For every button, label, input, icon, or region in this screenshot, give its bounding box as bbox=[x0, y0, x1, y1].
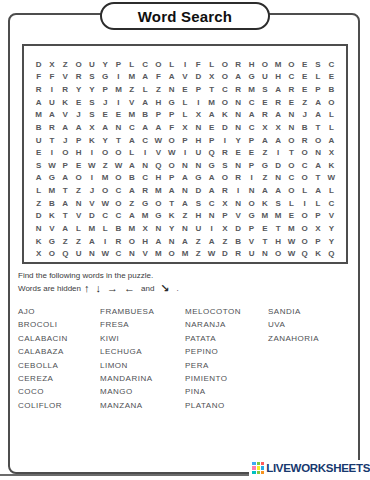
grid-cell[interactable]: X bbox=[271, 121, 284, 134]
grid-cell[interactable]: L bbox=[325, 184, 338, 197]
grid-cell[interactable]: O bbox=[298, 146, 311, 159]
grid-cell[interactable]: P bbox=[311, 210, 324, 223]
grid-cell[interactable]: Y bbox=[325, 222, 338, 235]
grid-cell[interactable]: F bbox=[32, 71, 45, 84]
grid-cell[interactable]: R bbox=[285, 83, 298, 96]
grid-cell[interactable]: M bbox=[205, 96, 218, 109]
grid-cell[interactable]: S bbox=[311, 58, 324, 71]
grid-cell[interactable]: A bbox=[271, 109, 284, 122]
grid-cell[interactable]: X bbox=[192, 109, 205, 122]
grid-cell[interactable]: V bbox=[245, 235, 258, 248]
grid-cell[interactable]: Z bbox=[258, 172, 271, 185]
grid-cell[interactable]: K bbox=[59, 96, 72, 109]
grid-cell[interactable]: O bbox=[285, 159, 298, 172]
grid-cell[interactable]: A bbox=[325, 134, 338, 147]
grid-cell[interactable]: T bbox=[112, 134, 125, 147]
grid-cell[interactable]: C bbox=[112, 184, 125, 197]
grid-cell[interactable]: M bbox=[125, 222, 138, 235]
grid-cell[interactable]: R bbox=[138, 184, 151, 197]
grid-cell[interactable]: O bbox=[99, 146, 112, 159]
grid-cell[interactable]: H bbox=[152, 172, 165, 185]
grid-cell[interactable]: R bbox=[218, 146, 231, 159]
grid-cell[interactable]: A bbox=[138, 96, 151, 109]
grid-cell[interactable]: E bbox=[245, 146, 258, 159]
grid-cell[interactable]: M bbox=[271, 58, 284, 71]
grid-cell[interactable]: T bbox=[59, 184, 72, 197]
grid-cell[interactable]: H bbox=[271, 71, 284, 84]
grid-cell[interactable]: M bbox=[258, 210, 271, 223]
grid-cell[interactable]: L bbox=[325, 121, 338, 134]
grid-cell[interactable]: C bbox=[99, 210, 112, 223]
grid-cell[interactable]: O bbox=[218, 96, 231, 109]
grid-cell[interactable]: D bbox=[218, 121, 231, 134]
grid-cell[interactable]: Z bbox=[59, 235, 72, 248]
grid-cell[interactable]: A bbox=[258, 184, 271, 197]
grid-cell[interactable]: A bbox=[85, 235, 98, 248]
grid-cell[interactable]: M bbox=[271, 210, 284, 223]
grid-cell[interactable]: U bbox=[72, 247, 85, 260]
grid-cell[interactable]: G bbox=[45, 235, 58, 248]
grid-cell[interactable]: S bbox=[85, 96, 98, 109]
grid-cell[interactable]: C bbox=[325, 197, 338, 210]
grid-cell[interactable]: Y bbox=[325, 235, 338, 248]
grid-cell[interactable]: A bbox=[245, 109, 258, 122]
grid-cell[interactable]: L bbox=[165, 58, 178, 71]
grid-cell[interactable]: G bbox=[138, 197, 151, 210]
grid-cell[interactable]: E bbox=[325, 71, 338, 84]
grid-cell[interactable]: K bbox=[32, 235, 45, 248]
grid-cell[interactable]: O bbox=[152, 58, 165, 71]
grid-cell[interactable]: R bbox=[271, 96, 284, 109]
grid-cell[interactable]: R bbox=[232, 247, 245, 260]
grid-cell[interactable]: I bbox=[178, 58, 191, 71]
grid-cell[interactable]: O bbox=[72, 172, 85, 185]
grid-cell[interactable]: K bbox=[45, 210, 58, 223]
grid-cell[interactable]: P bbox=[192, 83, 205, 96]
grid-cell[interactable]: P bbox=[112, 58, 125, 71]
grid-cell[interactable]: O bbox=[99, 184, 112, 197]
grid-cell[interactable]: H bbox=[72, 146, 85, 159]
grid-cell[interactable]: O bbox=[258, 58, 271, 71]
grid-cell[interactable]: E bbox=[72, 159, 85, 172]
grid-cell[interactable]: L bbox=[72, 222, 85, 235]
grid-cell[interactable]: O bbox=[165, 134, 178, 147]
grid-cell[interactable]: V bbox=[125, 96, 138, 109]
grid-cell[interactable]: G bbox=[192, 172, 205, 185]
grid-cell[interactable]: P bbox=[99, 83, 112, 96]
grid-cell[interactable]: I bbox=[245, 172, 258, 185]
grid-cell[interactable]: S bbox=[85, 109, 98, 122]
grid-cell[interactable]: N bbox=[232, 121, 245, 134]
grid-cell[interactable]: C bbox=[112, 247, 125, 260]
grid-cell[interactable]: R bbox=[45, 121, 58, 134]
grid-cell[interactable]: C bbox=[285, 172, 298, 185]
grid-cell[interactable]: I bbox=[85, 146, 98, 159]
grid-cell[interactable]: N bbox=[245, 184, 258, 197]
grid-cell[interactable]: H bbox=[192, 210, 205, 223]
grid-cell[interactable]: W bbox=[112, 159, 125, 172]
grid-cell[interactable]: H bbox=[152, 96, 165, 109]
grid-cell[interactable]: D bbox=[192, 184, 205, 197]
grid-cell[interactable]: Q bbox=[152, 159, 165, 172]
grid-cell[interactable]: N bbox=[178, 184, 191, 197]
grid-cell[interactable]: N bbox=[178, 222, 191, 235]
grid-cell[interactable]: U bbox=[45, 96, 58, 109]
grid-cell[interactable]: O bbox=[125, 235, 138, 248]
grid-cell[interactable]: R bbox=[232, 58, 245, 71]
grid-cell[interactable]: E bbox=[112, 109, 125, 122]
grid-cell[interactable]: S bbox=[85, 71, 98, 84]
grid-cell[interactable]: A bbox=[271, 134, 284, 147]
grid-cell[interactable]: W bbox=[45, 159, 58, 172]
grid-cell[interactable]: D bbox=[218, 247, 231, 260]
grid-cell[interactable]: D bbox=[271, 159, 284, 172]
grid-cell[interactable]: A bbox=[258, 134, 271, 147]
grid-cell[interactable]: A bbox=[311, 96, 324, 109]
grid-cell[interactable]: E bbox=[285, 210, 298, 223]
grid-cell[interactable]: X bbox=[311, 222, 324, 235]
grid-cell[interactable]: A bbox=[59, 172, 72, 185]
grid-cell[interactable]: V bbox=[152, 146, 165, 159]
grid-cell[interactable]: E bbox=[285, 96, 298, 109]
grid-cell[interactable]: Z bbox=[192, 247, 205, 260]
grid-cell[interactable]: A bbox=[165, 184, 178, 197]
grid-cell[interactable]: G bbox=[45, 172, 58, 185]
grid-cell[interactable]: N bbox=[152, 222, 165, 235]
grid-cell[interactable]: O bbox=[112, 172, 125, 185]
grid-cell[interactable]: D bbox=[192, 71, 205, 84]
grid-cell[interactable]: N bbox=[285, 109, 298, 122]
grid-cell[interactable]: P bbox=[218, 210, 231, 223]
grid-cell[interactable]: W bbox=[99, 247, 112, 260]
grid-cell[interactable]: W bbox=[165, 146, 178, 159]
grid-cell[interactable]: A bbox=[138, 121, 151, 134]
grid-cell[interactable]: L bbox=[285, 197, 298, 210]
grid-cell[interactable]: M bbox=[45, 184, 58, 197]
grid-cell[interactable]: V bbox=[59, 71, 72, 84]
grid-cell[interactable]: I bbox=[298, 197, 311, 210]
grid-cell[interactable]: A bbox=[205, 172, 218, 185]
grid-cell[interactable]: Q bbox=[298, 247, 311, 260]
grid-cell[interactable]: U bbox=[85, 58, 98, 71]
grid-cell[interactable]: U bbox=[192, 146, 205, 159]
grid-cell[interactable]: I bbox=[218, 134, 231, 147]
grid-cell[interactable]: N bbox=[232, 96, 245, 109]
grid-cell[interactable]: A bbox=[125, 184, 138, 197]
grid-cell[interactable]: V bbox=[72, 210, 85, 223]
grid-cell[interactable]: E bbox=[298, 58, 311, 71]
grid-cell[interactable]: A bbox=[125, 210, 138, 223]
grid-cell[interactable]: P bbox=[245, 222, 258, 235]
grid-cell[interactable]: A bbox=[178, 197, 191, 210]
grid-cell[interactable]: N bbox=[232, 159, 245, 172]
grid-cell[interactable]: J bbox=[298, 109, 311, 122]
grid-cell[interactable]: P bbox=[165, 172, 178, 185]
grid-cell[interactable]: I bbox=[112, 71, 125, 84]
grid-cell[interactable]: K bbox=[258, 197, 271, 210]
grid-cell[interactable]: G bbox=[205, 159, 218, 172]
grid-cell[interactable]: N bbox=[311, 146, 324, 159]
grid-cell[interactable]: I bbox=[192, 96, 205, 109]
grid-cell[interactable]: I bbox=[205, 222, 218, 235]
grid-cell[interactable]: O bbox=[285, 58, 298, 71]
grid-cell[interactable]: M bbox=[125, 71, 138, 84]
grid-cell[interactable]: A bbox=[232, 71, 245, 84]
grid-cell[interactable]: X bbox=[205, 71, 218, 84]
grid-cell[interactable]: O bbox=[298, 235, 311, 248]
grid-cell[interactable]: X bbox=[85, 121, 98, 134]
grid-cell[interactable]: Y bbox=[85, 83, 98, 96]
grid-cell[interactable]: A bbox=[59, 197, 72, 210]
grid-cell[interactable]: P bbox=[165, 109, 178, 122]
grid-cell[interactable]: C bbox=[285, 71, 298, 84]
grid-cell[interactable]: W bbox=[325, 172, 338, 185]
grid-cell[interactable]: Q bbox=[205, 146, 218, 159]
grid-cell[interactable]: Y bbox=[99, 58, 112, 71]
grid-cell[interactable]: P bbox=[59, 159, 72, 172]
grid-cell[interactable]: S bbox=[218, 159, 231, 172]
grid-cell[interactable]: A bbox=[271, 184, 284, 197]
grid-cell[interactable]: I bbox=[138, 146, 151, 159]
grid-cell[interactable]: E bbox=[205, 121, 218, 134]
grid-cell[interactable]: O bbox=[218, 58, 231, 71]
grid-cell[interactable]: O bbox=[325, 96, 338, 109]
grid-cell[interactable]: O bbox=[311, 134, 324, 147]
grid-cell[interactable]: P bbox=[245, 134, 258, 147]
grid-cell[interactable]: E bbox=[178, 83, 191, 96]
grid-cell[interactable]: I bbox=[271, 146, 284, 159]
grid-cell[interactable]: B bbox=[112, 222, 125, 235]
grid-cell[interactable]: G bbox=[258, 159, 271, 172]
grid-cell[interactable]: C bbox=[138, 134, 151, 147]
grid-cell[interactable]: P bbox=[245, 159, 258, 172]
grid-cell[interactable]: B bbox=[298, 121, 311, 134]
grid-cell[interactable]: A bbox=[178, 172, 191, 185]
grid-cell[interactable]: X bbox=[258, 121, 271, 134]
grid-cell[interactable]: W bbox=[285, 235, 298, 248]
grid-cell[interactable]: O bbox=[245, 197, 258, 210]
grid-cell[interactable]: I bbox=[85, 172, 98, 185]
grid-cell[interactable]: H bbox=[271, 235, 284, 248]
grid-cell[interactable]: L bbox=[311, 197, 324, 210]
grid-cell[interactable]: A bbox=[125, 134, 138, 147]
grid-cell[interactable]: B bbox=[325, 83, 338, 96]
grid-cell[interactable]: N bbox=[138, 159, 151, 172]
grid-cell[interactable]: A bbox=[45, 109, 58, 122]
grid-cell[interactable]: O bbox=[298, 222, 311, 235]
grid-cell[interactable]: M bbox=[32, 109, 45, 122]
grid-cell[interactable]: B bbox=[45, 197, 58, 210]
grid-cell[interactable]: N bbox=[165, 235, 178, 248]
grid-cell[interactable]: N bbox=[285, 121, 298, 134]
grid-cell[interactable]: S bbox=[258, 83, 271, 96]
grid-cell[interactable]: W bbox=[205, 247, 218, 260]
grid-cell[interactable]: E bbox=[232, 146, 245, 159]
grid-cell[interactable]: D bbox=[232, 222, 245, 235]
grid-cell[interactable]: Y bbox=[72, 83, 85, 96]
grid-cell[interactable]: R bbox=[59, 83, 72, 96]
grid-cell[interactable]: L bbox=[311, 71, 324, 84]
grid-cell[interactable]: E bbox=[258, 96, 271, 109]
grid-cell[interactable]: T bbox=[311, 172, 324, 185]
grid-cell[interactable]: L bbox=[99, 222, 112, 235]
grid-cell[interactable]: N bbox=[192, 121, 205, 134]
grid-cell[interactable]: B bbox=[125, 172, 138, 185]
grid-cell[interactable]: N bbox=[232, 197, 245, 210]
grid-cell[interactable]: Q bbox=[59, 247, 72, 260]
grid-cell[interactable]: P bbox=[72, 134, 85, 147]
grid-cell[interactable]: J bbox=[99, 96, 112, 109]
grid-cell[interactable]: M bbox=[125, 109, 138, 122]
grid-cell[interactable]: O bbox=[218, 71, 231, 84]
grid-cell[interactable]: C bbox=[138, 172, 151, 185]
grid-cell[interactable]: I bbox=[45, 146, 58, 159]
grid-cell[interactable]: A bbox=[59, 222, 72, 235]
grid-cell[interactable]: C bbox=[245, 121, 258, 134]
grid-cell[interactable]: S bbox=[192, 197, 205, 210]
grid-cell[interactable]: J bbox=[85, 184, 98, 197]
grid-cell[interactable]: M bbox=[99, 172, 112, 185]
grid-cell[interactable]: F bbox=[45, 71, 58, 84]
grid-cell[interactable]: Z bbox=[72, 235, 85, 248]
grid-cell[interactable]: W bbox=[152, 134, 165, 147]
grid-cell[interactable]: L bbox=[298, 184, 311, 197]
grid-cell[interactable]: H bbox=[138, 235, 151, 248]
grid-cell[interactable]: V bbox=[45, 222, 58, 235]
grid-cell[interactable]: U bbox=[32, 134, 45, 147]
grid-cell[interactable]: V bbox=[138, 247, 151, 260]
grid-cell[interactable]: G bbox=[165, 96, 178, 109]
grid-cell[interactable]: N bbox=[165, 83, 178, 96]
grid-cell[interactable]: O bbox=[218, 172, 231, 185]
grid-cell[interactable]: C bbox=[325, 58, 338, 71]
grid-cell[interactable]: N bbox=[192, 159, 205, 172]
grid-cell[interactable]: W bbox=[85, 159, 98, 172]
grid-cell[interactable]: T bbox=[311, 121, 324, 134]
grid-cell[interactable]: V bbox=[325, 210, 338, 223]
grid-cell[interactable]: K bbox=[85, 134, 98, 147]
grid-cell[interactable]: Z bbox=[59, 58, 72, 71]
grid-cell[interactable]: K bbox=[165, 210, 178, 223]
grid-cell[interactable]: U bbox=[192, 222, 205, 235]
grid-cell[interactable]: A bbox=[152, 121, 165, 134]
grid-cell[interactable]: H bbox=[192, 134, 205, 147]
grid-cell[interactable]: C bbox=[112, 210, 125, 223]
grid-cell[interactable]: X bbox=[45, 58, 58, 71]
grid-cell[interactable]: O bbox=[285, 134, 298, 147]
grid-cell[interactable]: C bbox=[245, 96, 258, 109]
grid-cell[interactable]: T bbox=[205, 83, 218, 96]
grid-cell[interactable]: M bbox=[85, 222, 98, 235]
grid-cell[interactable]: D bbox=[85, 210, 98, 223]
grid-cell[interactable]: L bbox=[178, 109, 191, 122]
grid-cell[interactable]: N bbox=[178, 159, 191, 172]
grid-cell[interactable]: Z bbox=[178, 210, 191, 223]
grid-cell[interactable]: I bbox=[232, 184, 245, 197]
grid-cell[interactable]: O bbox=[285, 184, 298, 197]
grid-cell[interactable]: R bbox=[112, 235, 125, 248]
grid-cell[interactable]: K bbox=[218, 109, 231, 122]
grid-cell[interactable]: O bbox=[59, 146, 72, 159]
grid-cell[interactable]: X bbox=[218, 222, 231, 235]
grid-cell[interactable]: T bbox=[165, 197, 178, 210]
grid-cell[interactable]: E bbox=[298, 71, 311, 84]
grid-cell[interactable]: L bbox=[205, 58, 218, 71]
grid-cell[interactable]: A bbox=[138, 71, 151, 84]
grid-cell[interactable]: R bbox=[298, 134, 311, 147]
grid-cell[interactable]: A bbox=[205, 184, 218, 197]
grid-cell[interactable]: E bbox=[72, 96, 85, 109]
grid-cell[interactable]: Y bbox=[232, 134, 245, 147]
grid-cell[interactable]: Z bbox=[72, 184, 85, 197]
grid-cell[interactable]: C bbox=[125, 121, 138, 134]
grid-cell[interactable]: C bbox=[138, 58, 151, 71]
grid-cell[interactable]: K bbox=[311, 247, 324, 260]
grid-cell[interactable]: D bbox=[32, 58, 45, 71]
grid-cell[interactable]: I bbox=[178, 146, 191, 159]
grid-cell[interactable]: T bbox=[271, 222, 284, 235]
grid-cell[interactable]: A bbox=[205, 109, 218, 122]
grid-cell[interactable]: M bbox=[245, 83, 258, 96]
grid-cell[interactable]: O bbox=[165, 247, 178, 260]
grid-cell[interactable]: E bbox=[298, 83, 311, 96]
grid-cell[interactable]: A bbox=[311, 184, 324, 197]
grid-cell[interactable]: J bbox=[59, 134, 72, 147]
grid-cell[interactable]: T bbox=[285, 146, 298, 159]
grid-cell[interactable]: A bbox=[271, 83, 284, 96]
grid-cell[interactable]: N bbox=[112, 121, 125, 134]
grid-cell[interactable]: X bbox=[178, 121, 191, 134]
grid-cell[interactable]: Y bbox=[99, 134, 112, 147]
grid-cell[interactable]: A bbox=[59, 121, 72, 134]
grid-cell[interactable]: A bbox=[205, 235, 218, 248]
grid-cell[interactable]: A bbox=[72, 121, 85, 134]
grid-cell[interactable]: V bbox=[232, 210, 245, 223]
grid-cell[interactable]: L bbox=[32, 184, 45, 197]
grid-cell[interactable]: X bbox=[325, 146, 338, 159]
grid-cell[interactable]: T bbox=[59, 210, 72, 223]
grid-cell[interactable]: F bbox=[192, 58, 205, 71]
grid-cell[interactable]: X bbox=[32, 247, 45, 260]
grid-cell[interactable]: B bbox=[32, 121, 45, 134]
grid-cell[interactable]: I bbox=[99, 235, 112, 248]
grid-cell[interactable]: L bbox=[125, 58, 138, 71]
grid-cell[interactable]: A bbox=[32, 172, 45, 185]
grid-cell[interactable]: M bbox=[285, 222, 298, 235]
grid-cell[interactable]: U bbox=[258, 71, 271, 84]
liveworksheets-logo[interactable]: LIVEWORKSHEETS bbox=[249, 460, 370, 476]
grid-cell[interactable]: S bbox=[32, 159, 45, 172]
grid-cell[interactable]: F bbox=[152, 71, 165, 84]
grid-cell[interactable]: R bbox=[232, 172, 245, 185]
grid-cell[interactable]: Z bbox=[298, 96, 311, 109]
grid-cell[interactable]: P bbox=[152, 109, 165, 122]
grid-cell[interactable]: O bbox=[271, 247, 284, 260]
grid-cell[interactable]: G bbox=[152, 210, 165, 223]
grid-cell[interactable]: O bbox=[45, 247, 58, 260]
grid-cell[interactable]: M bbox=[138, 210, 151, 223]
grid-cell[interactable]: W bbox=[285, 247, 298, 260]
grid-cell[interactable]: P bbox=[178, 134, 191, 147]
grid-cell[interactable]: R bbox=[258, 109, 271, 122]
grid-cell[interactable]: O bbox=[298, 210, 311, 223]
grid-cell[interactable]: V bbox=[85, 197, 98, 210]
grid-cell[interactable]: O bbox=[112, 146, 125, 159]
grid-cell[interactable]: L bbox=[325, 109, 338, 122]
grid-cell[interactable]: M bbox=[152, 184, 165, 197]
grid-cell[interactable]: V bbox=[178, 71, 191, 84]
grid-cell[interactable]: Q bbox=[325, 247, 338, 260]
